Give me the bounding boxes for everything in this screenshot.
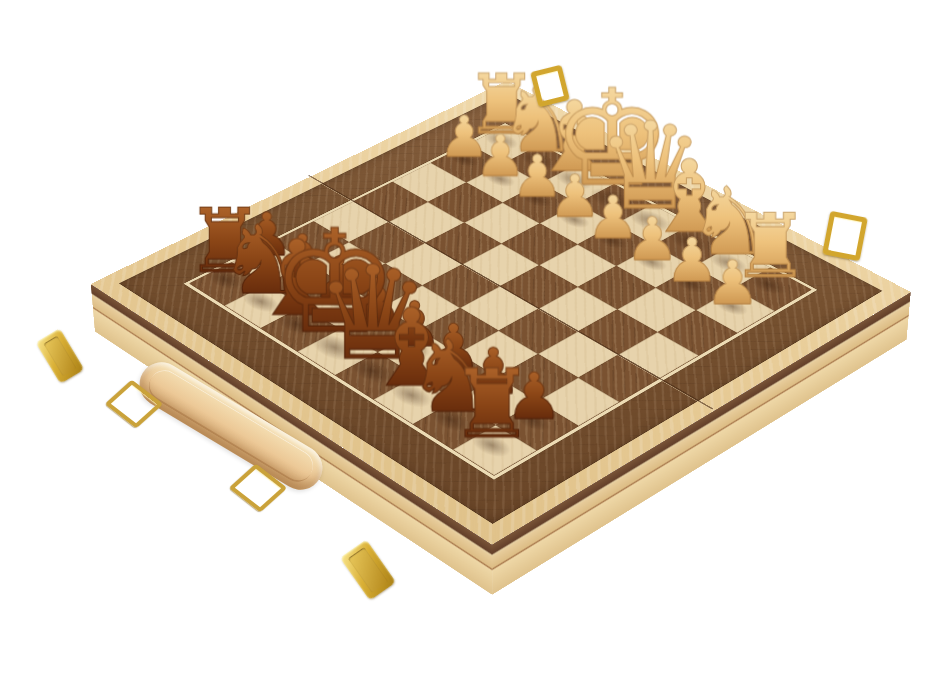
chess-case: ♜♞♝♚♛♝♞♜♟♟♟♟♟♟♟♟♟♟♟♟♟♟♟♟♜♞♝♚♛♝♞♜ [91,81,911,545]
piece-glyph: ♟ [647,251,819,312]
case-top-face: ♜♞♝♚♛♝♞♜♟♟♟♟♟♟♟♟♟♟♟♟♟♟♟♟♜♞♝♚♛♝♞♜ [91,81,911,545]
piece-glyph: ♜ [400,357,583,452]
scene: ♜♞♝♚♛♝♞♜♟♟♟♟♟♟♟♟♟♟♟♟♟♟♟♟♜♞♝♚♛♝♞♜ [0,0,928,686]
product-photo-stage: ♜♞♝♚♛♝♞♜♟♟♟♟♟♟♟♟♟♟♟♟♟♟♟♟♜♞♝♚♛♝♞♜ [0,0,928,686]
